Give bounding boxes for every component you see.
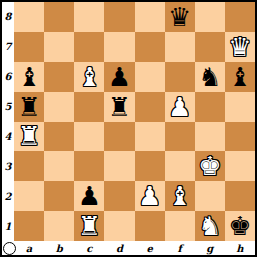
square-g1[interactable]: ♞ bbox=[195, 211, 225, 241]
square-h1[interactable]: ♚ bbox=[225, 211, 255, 241]
square-b4[interactable] bbox=[44, 122, 74, 152]
black-bishop[interactable]: ♝ bbox=[228, 64, 251, 90]
rank-label-8: 8 bbox=[2, 2, 14, 32]
square-f4[interactable] bbox=[165, 122, 195, 152]
square-e2[interactable]: ♟ bbox=[135, 181, 165, 211]
square-b2[interactable] bbox=[44, 181, 74, 211]
file-labels: abcdefgh bbox=[14, 241, 255, 255]
file-label-h: h bbox=[225, 241, 255, 255]
square-f5[interactable]: ♟ bbox=[165, 92, 195, 122]
white-bishop[interactable]: ♝ bbox=[78, 64, 101, 90]
square-a5[interactable]: ♜ bbox=[14, 92, 44, 122]
square-f6[interactable] bbox=[165, 62, 195, 92]
square-b5[interactable] bbox=[44, 92, 74, 122]
file-label-a: a bbox=[14, 241, 44, 255]
square-d7[interactable] bbox=[104, 32, 134, 62]
square-a2[interactable] bbox=[14, 181, 44, 211]
square-g7[interactable] bbox=[195, 32, 225, 62]
square-c4[interactable] bbox=[74, 122, 104, 152]
square-d3[interactable] bbox=[104, 151, 134, 181]
square-f8[interactable]: ♛ bbox=[165, 2, 195, 32]
square-h3[interactable] bbox=[225, 151, 255, 181]
square-c6[interactable]: ♝ bbox=[74, 62, 104, 92]
square-b3[interactable] bbox=[44, 151, 74, 181]
black-pawn[interactable]: ♟ bbox=[108, 64, 131, 90]
square-e6[interactable] bbox=[135, 62, 165, 92]
square-d2[interactable] bbox=[104, 181, 134, 211]
rank-label-6: 6 bbox=[2, 62, 14, 92]
rank-label-3: 3 bbox=[2, 151, 14, 181]
square-c8[interactable] bbox=[74, 2, 104, 32]
white-rook[interactable]: ♜ bbox=[17, 123, 40, 149]
rank-label-4: 4 bbox=[2, 122, 14, 152]
square-c5[interactable] bbox=[74, 92, 104, 122]
square-e7[interactable] bbox=[135, 32, 165, 62]
rank-label-2: 2 bbox=[2, 181, 14, 211]
square-f3[interactable] bbox=[165, 151, 195, 181]
square-e5[interactable] bbox=[135, 92, 165, 122]
square-d8[interactable] bbox=[104, 2, 134, 32]
black-king[interactable]: ♚ bbox=[228, 213, 251, 239]
white-knight[interactable]: ♞ bbox=[198, 213, 221, 239]
white-to-move-indicator bbox=[3, 242, 16, 255]
rank-labels: 87654321 bbox=[2, 2, 14, 241]
file-label-f: f bbox=[165, 241, 195, 255]
black-rook[interactable]: ♜ bbox=[17, 94, 40, 120]
square-c7[interactable] bbox=[74, 32, 104, 62]
square-e3[interactable] bbox=[135, 151, 165, 181]
square-h2[interactable] bbox=[225, 181, 255, 211]
square-d1[interactable] bbox=[104, 211, 134, 241]
square-f2[interactable]: ♝ bbox=[165, 181, 195, 211]
square-c1[interactable]: ♜ bbox=[74, 211, 104, 241]
square-f7[interactable] bbox=[165, 32, 195, 62]
white-bishop[interactable]: ♝ bbox=[168, 183, 191, 209]
black-bishop[interactable]: ♝ bbox=[17, 64, 40, 90]
square-a8[interactable] bbox=[14, 2, 44, 32]
square-a6[interactable]: ♝ bbox=[14, 62, 44, 92]
square-h4[interactable] bbox=[225, 122, 255, 152]
square-g8[interactable] bbox=[195, 2, 225, 32]
square-h5[interactable] bbox=[225, 92, 255, 122]
square-e8[interactable] bbox=[135, 2, 165, 32]
square-b1[interactable] bbox=[44, 211, 74, 241]
file-label-b: b bbox=[44, 241, 74, 255]
square-g3[interactable]: ♚ bbox=[195, 151, 225, 181]
white-queen[interactable]: ♛ bbox=[228, 34, 251, 60]
white-pawn[interactable]: ♟ bbox=[138, 183, 161, 209]
black-rook[interactable]: ♜ bbox=[108, 94, 131, 120]
square-d4[interactable] bbox=[104, 122, 134, 152]
square-a1[interactable] bbox=[14, 211, 44, 241]
file-label-d: d bbox=[104, 241, 134, 255]
square-g2[interactable] bbox=[195, 181, 225, 211]
file-label-g: g bbox=[195, 241, 225, 255]
square-f1[interactable] bbox=[165, 211, 195, 241]
square-h8[interactable] bbox=[225, 2, 255, 32]
chess-diagram: 87654321 ♛♛♝♝♟♞♝♜♜♟♜♚♟♟♝♜♞♚ abcdefgh bbox=[0, 0, 257, 257]
square-a4[interactable]: ♜ bbox=[14, 122, 44, 152]
square-b8[interactable] bbox=[44, 2, 74, 32]
square-e1[interactable] bbox=[135, 211, 165, 241]
square-h7[interactable]: ♛ bbox=[225, 32, 255, 62]
square-g6[interactable]: ♞ bbox=[195, 62, 225, 92]
rank-label-7: 7 bbox=[2, 32, 14, 62]
white-pawn[interactable]: ♟ bbox=[168, 94, 191, 120]
white-king[interactable]: ♚ bbox=[198, 153, 221, 179]
file-label-e: e bbox=[135, 241, 165, 255]
square-b7[interactable] bbox=[44, 32, 74, 62]
square-d6[interactable]: ♟ bbox=[104, 62, 134, 92]
square-g4[interactable] bbox=[195, 122, 225, 152]
square-b6[interactable] bbox=[44, 62, 74, 92]
square-c2[interactable]: ♟ bbox=[74, 181, 104, 211]
chess-board[interactable]: ♛♛♝♝♟♞♝♜♜♟♜♚♟♟♝♜♞♚ bbox=[14, 2, 255, 241]
file-label-c: c bbox=[74, 241, 104, 255]
black-queen[interactable]: ♛ bbox=[168, 4, 191, 30]
square-a3[interactable] bbox=[14, 151, 44, 181]
square-a7[interactable] bbox=[14, 32, 44, 62]
black-knight[interactable]: ♞ bbox=[198, 64, 221, 90]
square-h6[interactable]: ♝ bbox=[225, 62, 255, 92]
square-e4[interactable] bbox=[135, 122, 165, 152]
square-c3[interactable] bbox=[74, 151, 104, 181]
square-g5[interactable] bbox=[195, 92, 225, 122]
square-d5[interactable]: ♜ bbox=[104, 92, 134, 122]
black-pawn[interactable]: ♟ bbox=[78, 183, 101, 209]
rank-label-1: 1 bbox=[2, 211, 14, 241]
rank-label-5: 5 bbox=[2, 92, 14, 122]
white-rook[interactable]: ♜ bbox=[78, 213, 101, 239]
